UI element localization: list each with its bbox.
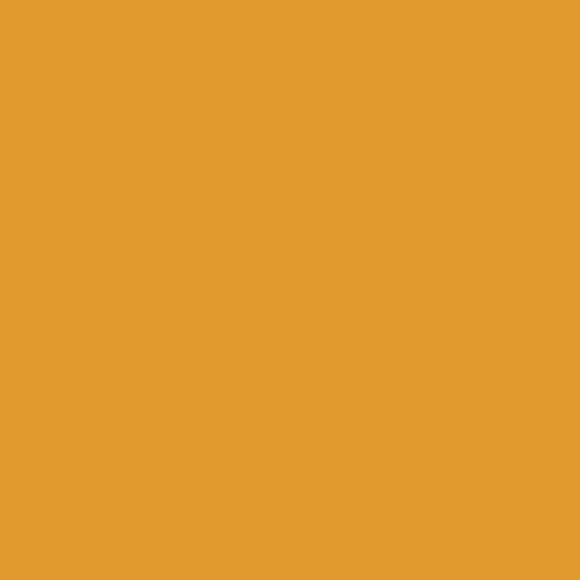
go-board xyxy=(0,0,580,580)
intersections-grid xyxy=(24,24,556,556)
